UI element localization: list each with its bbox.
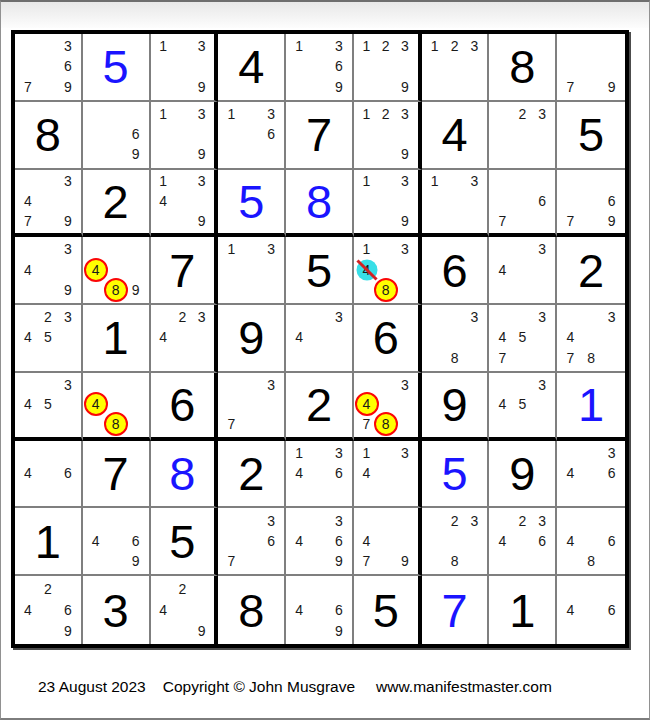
solved-digit-1: 1 [557, 373, 625, 437]
cell-r9c9[interactable]: 46 [557, 576, 625, 644]
cell-r9c6[interactable]: 5 [354, 576, 422, 644]
candidate-empty [492, 104, 512, 124]
candidate-empty [173, 599, 192, 620]
candidate-4-circled: 4 [86, 260, 106, 280]
candidate-empty [532, 280, 552, 300]
candidate-empty [173, 36, 192, 56]
cell-r7c3[interactable]: 8 [151, 441, 219, 509]
footer: 23 August 2023 Copyright © John Musgrave… [38, 677, 552, 697]
candidate-grid: 69 [83, 102, 149, 168]
candidate-empty [376, 260, 395, 280]
sudoku-board: 3679513941369123912387986913913671239423… [11, 30, 629, 648]
candidate-grid: 238 [422, 508, 488, 574]
cell-r2c5[interactable]: 7 [286, 102, 354, 170]
cell-r3c6[interactable]: 139 [354, 170, 422, 238]
candidate-3: 3 [261, 104, 281, 124]
candidate-3: 3 [465, 510, 485, 530]
cell-r7c2[interactable]: 7 [83, 441, 151, 509]
candidate-empty [425, 77, 445, 97]
candidate-4: 4 [560, 531, 581, 551]
candidate-5: 5 [512, 327, 532, 347]
candidate-4: 4 [357, 463, 376, 483]
candidate-empty [58, 348, 78, 368]
solved-digit-8: 8 [151, 441, 215, 507]
cell-r1c4[interactable]: 4 [218, 34, 286, 102]
candidate-empty [395, 280, 414, 300]
candidate-empty [395, 56, 414, 76]
cell-r8c3[interactable]: 5 [151, 508, 219, 576]
candidate-empty [492, 172, 512, 192]
candidate-grid: 3478 [557, 305, 625, 371]
candidate-empty [357, 510, 376, 530]
candidate-empty [241, 260, 261, 280]
candidate-empty [106, 551, 126, 571]
cell-r5c5[interactable]: 34 [286, 305, 354, 373]
candidate-empty [329, 348, 349, 368]
candidate-empty [18, 443, 38, 463]
candidate-grid: 23 [489, 102, 555, 168]
solved-digit-5: 5 [422, 441, 488, 507]
candidate-9: 9 [329, 551, 349, 571]
candidate-6: 6 [126, 531, 146, 551]
candidate-empty [18, 578, 38, 599]
candidate-empty [329, 483, 349, 503]
candidate-empty [192, 348, 211, 368]
candidate-empty [58, 260, 78, 280]
cell-r9c5[interactable]: 469 [286, 576, 354, 644]
cell-r3c3[interactable]: 1349 [151, 170, 219, 238]
candidate-4: 4 [86, 531, 106, 551]
candidate-empty [601, 510, 622, 530]
candidate-empty [58, 443, 78, 463]
given-digit-3: 3 [83, 576, 149, 644]
candidate-empty [309, 77, 329, 97]
candidate-empty [581, 620, 602, 641]
candidate-empty [492, 375, 512, 395]
candidate-empty [106, 375, 126, 395]
candidate-empty [154, 77, 173, 97]
cell-r3c7[interactable]: 13 [422, 170, 490, 238]
candidate-empty [465, 531, 485, 551]
candidate-empty [376, 443, 395, 463]
cell-r7c6[interactable]: 134 [354, 441, 422, 509]
cell-r5c3[interactable]: 234 [151, 305, 219, 373]
candidate-9: 9 [395, 144, 414, 164]
candidate-empty [560, 307, 581, 327]
candidate-grid: 1349 [151, 170, 215, 234]
candidate-grid: 136 [218, 102, 284, 168]
candidate-empty [173, 348, 192, 368]
candidate-empty [445, 172, 465, 192]
cell-r2c2[interactable]: 69 [83, 102, 151, 170]
cell-r8c7[interactable]: 238 [422, 508, 490, 576]
candidate-grid: 1239 [354, 34, 418, 100]
candidate-grid: 234 [151, 305, 215, 371]
candidate-grid: 3469 [286, 508, 352, 574]
candidate-empty [126, 104, 146, 124]
candidate-empty [395, 394, 414, 414]
candidate-empty [581, 599, 602, 620]
candidate-grid: 46 [15, 441, 81, 507]
cell-r9c4[interactable]: 8 [218, 576, 286, 644]
cell-r6c8[interactable]: 345 [489, 373, 557, 441]
candidate-empty [18, 375, 38, 395]
candidate-4: 4 [492, 327, 512, 347]
candidate-empty [425, 551, 445, 571]
candidate-empty [106, 531, 126, 551]
candidate-empty [38, 56, 58, 76]
cell-r1c7[interactable]: 123 [422, 34, 490, 102]
candidate-7: 7 [357, 551, 376, 571]
candidate-empty [601, 172, 622, 192]
candidate-empty [241, 394, 261, 414]
cell-r9c8[interactable]: 1 [489, 576, 557, 644]
candidate-empty [445, 77, 465, 97]
candidate-3: 3 [261, 375, 281, 395]
candidate-empty [425, 327, 445, 347]
candidate-empty [173, 191, 192, 211]
candidate-8-circled: 8 [376, 280, 395, 300]
candidate-9: 9 [329, 77, 349, 97]
cell-r7c5[interactable]: 1346 [286, 441, 354, 509]
cell-r4c4[interactable]: 13 [218, 237, 286, 305]
candidate-4: 4 [18, 599, 38, 620]
cell-r6c7[interactable]: 9 [422, 373, 490, 441]
cell-r6c1[interactable]: 345 [15, 373, 83, 441]
candidate-empty [18, 280, 38, 300]
cell-r1c6[interactable]: 1239 [354, 34, 422, 102]
candidate-empty [395, 483, 414, 503]
cell-r4c7[interactable]: 6 [422, 237, 490, 305]
candidate-empty [465, 211, 485, 231]
cell-r5c6[interactable]: 6 [354, 305, 422, 373]
cell-r7c9[interactable]: 346 [557, 441, 625, 509]
candidate-9: 9 [329, 620, 349, 641]
cell-r7c4[interactable]: 2 [218, 441, 286, 509]
candidate-empty [560, 191, 581, 211]
candidate-empty [309, 599, 329, 620]
candidate-empty [357, 124, 376, 144]
candidate-empty [241, 510, 261, 530]
candidate-empty [512, 211, 532, 231]
candidate-empty [425, 307, 445, 327]
candidate-empty [106, 239, 126, 259]
cell-r5c7[interactable]: 38 [422, 305, 490, 373]
cell-r8c4[interactable]: 367 [218, 508, 286, 576]
candidate-empty [512, 239, 532, 259]
cell-r6c6[interactable]: 3478 [354, 373, 422, 441]
candidate-3: 3 [465, 307, 485, 327]
candidate-empty [126, 510, 146, 530]
candidate-empty [601, 551, 622, 571]
candidate-empty [465, 77, 485, 97]
candidate-grid: 2469 [15, 576, 81, 644]
cell-r3c1[interactable]: 3479 [15, 170, 83, 238]
candidate-1: 1 [425, 172, 445, 192]
cell-r6c4[interactable]: 37 [218, 373, 286, 441]
candidate-empty [560, 172, 581, 192]
cell-r8c1[interactable]: 1 [15, 508, 83, 576]
candidate-empty [492, 239, 512, 259]
candidate-empty [126, 414, 146, 434]
candidate-empty [18, 620, 38, 641]
cell-r3c9[interactable]: 679 [557, 170, 625, 238]
candidate-8: 8 [581, 348, 602, 368]
cell-r3c4[interactable]: 5 [218, 170, 286, 238]
cell-r2c8[interactable]: 23 [489, 102, 557, 170]
candidate-grid: 1348 [354, 237, 418, 303]
candidate-empty [261, 414, 281, 434]
cell-r8c5[interactable]: 3469 [286, 508, 354, 576]
cell-r1c8[interactable]: 8 [489, 34, 557, 102]
candidate-8-circled: 8 [376, 414, 395, 434]
cell-r1c3[interactable]: 139 [151, 34, 219, 102]
candidate-grid: 468 [557, 508, 625, 574]
candidate-grid: 139 [151, 102, 215, 168]
cell-r5c2[interactable]: 1 [83, 305, 151, 373]
candidate-3: 3 [395, 443, 414, 463]
cell-r9c7[interactable]: 7 [422, 576, 490, 644]
candidate-empty [18, 36, 38, 56]
cell-r2c9[interactable]: 5 [557, 102, 625, 170]
candidate-empty [376, 375, 395, 395]
candidate-empty [18, 239, 38, 259]
cell-r1c5[interactable]: 1369 [286, 34, 354, 102]
candidate-empty [126, 394, 146, 414]
candidate-6: 6 [58, 599, 78, 620]
cell-r6c2[interactable]: 48 [83, 373, 151, 441]
candidate-empty [512, 280, 532, 300]
candidate-empty [38, 463, 58, 483]
candidate-3: 3 [329, 36, 349, 56]
candidate-empty [221, 260, 241, 280]
candidate-9: 9 [395, 77, 414, 97]
candidate-empty [192, 124, 211, 144]
candidate-grid: 34 [489, 237, 555, 303]
candidate-empty [241, 375, 261, 395]
cell-r8c2[interactable]: 469 [83, 508, 151, 576]
footer-copyright: Copyright © John Musgrave [163, 678, 355, 696]
candidate-empty [289, 307, 309, 327]
candidate-empty [492, 124, 512, 144]
candidate-empty [425, 211, 445, 231]
candidate-3: 3 [532, 307, 552, 327]
cell-r4c8[interactable]: 34 [489, 237, 557, 305]
cell-r2c1[interactable]: 8 [15, 102, 83, 170]
candidate-empty [512, 531, 532, 551]
candidate-grid: 679 [557, 170, 625, 234]
candidate-empty [241, 414, 261, 434]
candidate-empty [154, 620, 173, 641]
candidate-empty [173, 144, 192, 164]
given-digit-8: 8 [15, 102, 81, 168]
candidate-grid: 13 [422, 170, 488, 234]
candidate-2: 2 [38, 307, 58, 327]
cell-r7c7[interactable]: 5 [422, 441, 490, 509]
cell-r9c2[interactable]: 3 [83, 576, 151, 644]
candidate-4-circled: 4 [86, 394, 106, 414]
candidate-9: 9 [126, 144, 146, 164]
cell-r3c2[interactable]: 2 [83, 170, 151, 238]
candidate-empty [18, 307, 38, 327]
candidate-2: 2 [376, 36, 395, 56]
candidate-empty [309, 483, 329, 503]
candidate-8-circled: 8 [106, 280, 126, 300]
candidate-4-highlighted: 4 [357, 260, 376, 280]
candidate-3: 3 [58, 375, 78, 395]
candidate-6: 6 [58, 56, 78, 76]
candidate-empty [261, 394, 281, 414]
cell-r3c8[interactable]: 67 [489, 170, 557, 238]
candidate-9: 9 [58, 211, 78, 231]
candidate-empty [106, 124, 126, 144]
cell-r5c4[interactable]: 9 [218, 305, 286, 373]
candidate-1: 1 [154, 104, 173, 124]
candidate-empty [357, 211, 376, 231]
candidate-empty [560, 443, 581, 463]
cell-r8c6[interactable]: 479 [354, 508, 422, 576]
candidate-3: 3 [395, 172, 414, 192]
candidate-1: 1 [357, 172, 376, 192]
cell-r6c3[interactable]: 6 [151, 373, 219, 441]
candidate-3: 3 [261, 510, 281, 530]
cell-r2c6[interactable]: 1239 [354, 102, 422, 170]
candidate-empty [395, 463, 414, 483]
cell-r9c1[interactable]: 2469 [15, 576, 83, 644]
cell-r7c8[interactable]: 9 [489, 441, 557, 509]
candidate-1: 1 [357, 104, 376, 124]
cell-r3c5[interactable]: 8 [286, 170, 354, 238]
candidate-6: 6 [601, 531, 622, 551]
candidate-9: 9 [601, 77, 622, 97]
cell-r4c5[interactable]: 5 [286, 237, 354, 305]
candidate-grid: 46 [557, 576, 625, 644]
candidate-3: 3 [192, 104, 211, 124]
candidate-empty [173, 327, 192, 347]
candidate-6: 6 [126, 124, 146, 144]
cell-r2c4[interactable]: 136 [218, 102, 286, 170]
cell-r2c3[interactable]: 139 [151, 102, 219, 170]
candidate-grid: 469 [83, 508, 149, 574]
candidate-empty [560, 56, 581, 76]
cell-r7c1[interactable]: 46 [15, 441, 83, 509]
cell-r1c2[interactable]: 5 [83, 34, 151, 102]
cell-r5c8[interactable]: 3457 [489, 305, 557, 373]
candidate-empty [465, 348, 485, 368]
cell-r4c3[interactable]: 7 [151, 237, 219, 305]
candidate-empty [465, 551, 485, 571]
candidate-6: 6 [329, 599, 349, 620]
cell-r4c9[interactable]: 2 [557, 237, 625, 305]
candidate-empty [465, 191, 485, 211]
candidate-empty [173, 620, 192, 641]
cell-r2c7[interactable]: 4 [422, 102, 490, 170]
candidate-empty [309, 531, 329, 551]
candidate-empty [581, 307, 602, 327]
candidate-empty [38, 260, 58, 280]
cell-r4c6[interactable]: 1348 [354, 237, 422, 305]
candidate-empty [38, 191, 58, 211]
candidate-empty [445, 531, 465, 551]
candidate-grid: 489 [83, 237, 149, 303]
candidate-empty [512, 414, 532, 434]
given-digit-7: 7 [151, 237, 215, 303]
candidate-empty [425, 510, 445, 530]
cell-r6c5[interactable]: 2 [286, 373, 354, 441]
candidate-4: 4 [492, 394, 512, 414]
candidate-empty [532, 211, 552, 231]
candidate-empty [309, 620, 329, 641]
candidate-empty [532, 124, 552, 144]
cell-r4c2[interactable]: 489 [83, 237, 151, 305]
cell-r5c1[interactable]: 2345 [15, 305, 83, 373]
cell-r1c1[interactable]: 3679 [15, 34, 83, 102]
candidate-6: 6 [58, 463, 78, 483]
candidate-9: 9 [192, 77, 211, 97]
candidate-empty [581, 56, 602, 76]
candidate-empty [58, 578, 78, 599]
candidate-3: 3 [58, 239, 78, 259]
candidate-grid: 139 [151, 34, 215, 100]
candidate-empty [532, 551, 552, 571]
candidate-empty [154, 578, 173, 599]
candidate-empty [38, 36, 58, 56]
candidate-empty [38, 77, 58, 97]
cell-r9c3[interactable]: 249 [151, 576, 219, 644]
candidate-empty [329, 578, 349, 599]
cell-r5c9[interactable]: 3478 [557, 305, 625, 373]
candidate-9: 9 [126, 551, 146, 571]
candidate-empty [221, 124, 241, 144]
cell-r4c1[interactable]: 349 [15, 237, 83, 305]
candidate-7: 7 [18, 77, 38, 97]
candidate-empty [221, 394, 241, 414]
candidate-empty [492, 191, 512, 211]
candidate-empty [38, 172, 58, 192]
candidate-empty [376, 551, 395, 571]
candidate-7: 7 [492, 211, 512, 231]
candidate-empty [492, 144, 512, 164]
candidate-empty [221, 375, 241, 395]
candidate-9: 9 [601, 211, 622, 231]
cell-r8c9[interactable]: 468 [557, 508, 625, 576]
candidate-empty [86, 104, 106, 124]
header-bar [1, 2, 649, 28]
cell-r6c9[interactable]: 1 [557, 373, 625, 441]
candidate-3: 3 [601, 443, 622, 463]
cell-r1c9[interactable]: 79 [557, 34, 625, 102]
candidate-empty [465, 56, 485, 76]
cell-r8c8[interactable]: 2346 [489, 508, 557, 576]
candidate-empty [289, 551, 309, 571]
candidate-empty [601, 36, 622, 56]
footer-date: 23 August 2023 [38, 678, 146, 696]
candidate-grid: 13 [218, 237, 284, 303]
candidate-empty [289, 510, 309, 530]
candidate-4: 4 [289, 531, 309, 551]
candidate-6: 6 [329, 531, 349, 551]
candidate-empty [38, 620, 58, 641]
candidate-grid: 48 [83, 373, 149, 437]
candidate-empty [18, 414, 38, 434]
candidate-empty [376, 172, 395, 192]
candidate-empty [512, 144, 532, 164]
candidate-empty [106, 260, 126, 280]
candidate-1: 1 [357, 36, 376, 56]
given-digit-7: 7 [286, 102, 352, 168]
candidate-empty [425, 348, 445, 368]
candidate-empty [241, 239, 261, 259]
